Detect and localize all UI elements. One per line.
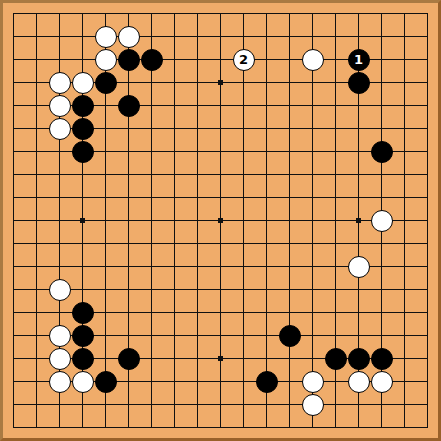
stone-cell-D5 xyxy=(71,324,94,347)
stone-black-R4 xyxy=(371,348,393,370)
stone-cell-L17: 2 xyxy=(232,48,255,71)
stone-black-M3 xyxy=(256,371,278,393)
stone-cell-Q3 xyxy=(347,370,370,393)
stone-cell-D16 xyxy=(71,71,94,94)
stone-cell-C14 xyxy=(48,117,71,140)
stone-white-O3 xyxy=(302,371,324,393)
stone-black-F4 xyxy=(118,348,140,370)
stone-white-Q8 xyxy=(348,256,370,278)
stone-cell-R4 xyxy=(370,347,393,370)
star-point xyxy=(80,218,85,223)
stone-white-R10 xyxy=(371,210,393,232)
stone-cell-F4 xyxy=(117,347,140,370)
stone-cell-O2 xyxy=(301,393,324,416)
star-point xyxy=(218,218,223,223)
star-point-K16 xyxy=(209,71,232,94)
stone-black-Q16 xyxy=(348,72,370,94)
stone-white-E18 xyxy=(95,26,117,48)
stone-black-F15 xyxy=(118,95,140,117)
stone-cell-C5 xyxy=(48,324,71,347)
stone-black-F17 xyxy=(118,49,140,71)
stone-black-D15 xyxy=(72,95,94,117)
stone-black-G17 xyxy=(141,49,163,71)
stone-cell-E16 xyxy=(94,71,117,94)
board-overlay: 21 xyxy=(2,2,439,439)
stone-cell-R3 xyxy=(370,370,393,393)
move-1-stone-black-Q17: 1 xyxy=(348,49,370,71)
stone-black-D14 xyxy=(72,118,94,140)
stone-cell-C4 xyxy=(48,347,71,370)
star-point xyxy=(218,356,223,361)
stone-cell-F17 xyxy=(117,48,140,71)
star-point xyxy=(218,80,223,85)
stone-white-C15 xyxy=(49,95,71,117)
go-board: 21 xyxy=(0,0,441,441)
stone-black-D13 xyxy=(72,141,94,163)
stone-cell-C16 xyxy=(48,71,71,94)
star-point-D10 xyxy=(71,209,94,232)
stone-cell-C3 xyxy=(48,370,71,393)
stone-cell-E18 xyxy=(94,25,117,48)
stone-white-C14 xyxy=(49,118,71,140)
stone-white-Q3 xyxy=(348,371,370,393)
stone-cell-Q16 xyxy=(347,71,370,94)
stone-black-E16 xyxy=(95,72,117,94)
stone-black-D5 xyxy=(72,325,94,347)
stone-white-C4 xyxy=(49,348,71,370)
stone-cell-R10 xyxy=(370,209,393,232)
stone-cell-M3 xyxy=(255,370,278,393)
stone-cell-R13 xyxy=(370,140,393,163)
star-point-K10 xyxy=(209,209,232,232)
stone-cell-O3 xyxy=(301,370,324,393)
stone-white-O2 xyxy=(302,394,324,416)
stone-cell-Q17: 1 xyxy=(347,48,370,71)
stone-white-D3 xyxy=(72,371,94,393)
stone-white-C3 xyxy=(49,371,71,393)
stone-cell-Q4 xyxy=(347,347,370,370)
stone-black-P4 xyxy=(325,348,347,370)
stone-white-R3 xyxy=(371,371,393,393)
stone-white-O17 xyxy=(302,49,324,71)
stone-cell-F18 xyxy=(117,25,140,48)
star-point-K4 xyxy=(209,347,232,370)
stone-cell-D13 xyxy=(71,140,94,163)
stone-white-C16 xyxy=(49,72,71,94)
stone-white-E17 xyxy=(95,49,117,71)
stone-white-C5 xyxy=(49,325,71,347)
stone-cell-G17 xyxy=(140,48,163,71)
stone-cell-D3 xyxy=(71,370,94,393)
stone-black-D4 xyxy=(72,348,94,370)
stone-cell-C7 xyxy=(48,278,71,301)
stone-white-D16 xyxy=(72,72,94,94)
stone-cell-D6 xyxy=(71,301,94,324)
stone-black-D6 xyxy=(72,302,94,324)
star-point-Q10 xyxy=(347,209,370,232)
stone-black-N5 xyxy=(279,325,301,347)
stone-black-E3 xyxy=(95,371,117,393)
stone-cell-D4 xyxy=(71,347,94,370)
stone-cell-P4 xyxy=(324,347,347,370)
stone-cell-D14 xyxy=(71,117,94,140)
stone-cell-F15 xyxy=(117,94,140,117)
stone-cell-O17 xyxy=(301,48,324,71)
stone-white-C7 xyxy=(49,279,71,301)
stone-cell-C15 xyxy=(48,94,71,117)
stone-cell-N5 xyxy=(278,324,301,347)
stone-black-Q4 xyxy=(348,348,370,370)
stone-cell-E3 xyxy=(94,370,117,393)
stone-white-F18 xyxy=(118,26,140,48)
stone-cell-E17 xyxy=(94,48,117,71)
move-2-stone-white-L17: 2 xyxy=(233,49,255,71)
stone-cell-Q8 xyxy=(347,255,370,278)
star-point xyxy=(356,218,361,223)
stone-black-R13 xyxy=(371,141,393,163)
stone-cell-D15 xyxy=(71,94,94,117)
